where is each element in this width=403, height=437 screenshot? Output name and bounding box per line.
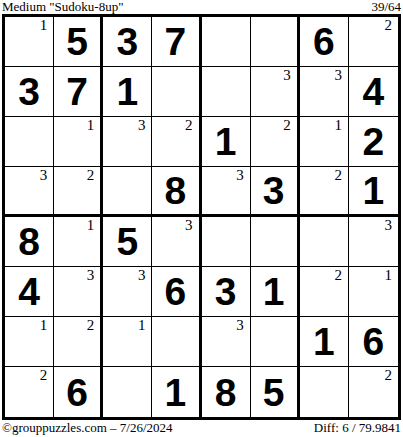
cell-value: 1: [116, 72, 138, 111]
difficulty-rating: Diff: 6 / 79.9841: [314, 420, 401, 436]
cell-value: 6: [363, 322, 385, 361]
footer: ©grouppuzzles.com – 7/26/2024 Diff: 6 / …: [2, 420, 401, 436]
cell-r2c8[interactable]: 4: [349, 67, 398, 117]
cell-r5c8[interactable]: 3: [349, 217, 398, 267]
pencil-mark: 1: [138, 318, 146, 333]
cell-value: 5: [66, 22, 88, 61]
cell-r6c1[interactable]: 4: [5, 267, 54, 317]
cell-r1c5[interactable]: [202, 17, 251, 67]
cell-r5c5[interactable]: [202, 217, 251, 267]
cell-value: 3: [263, 171, 285, 210]
pencil-mark: 3: [138, 118, 146, 133]
cell-r6c8[interactable]: 1: [349, 267, 398, 317]
cell-r3c7[interactable]: 1: [300, 117, 349, 167]
cell-r7c6[interactable]: [251, 317, 300, 367]
pencil-mark: 3: [185, 218, 193, 233]
cell-r1c6[interactable]: [251, 17, 300, 67]
pencil-mark: 2: [185, 118, 193, 133]
cell-r3c1[interactable]: [5, 117, 54, 167]
cell-r8c1[interactable]: 2: [5, 367, 54, 417]
pencil-mark: 2: [334, 168, 342, 183]
cell-r3c6[interactable]: 2: [251, 117, 300, 167]
cell-r1c2[interactable]: 5: [54, 17, 103, 67]
cell-r4c1[interactable]: 3: [5, 167, 54, 217]
cell-r5c3[interactable]: 5: [103, 217, 152, 267]
cell-r7c7[interactable]: 1: [300, 317, 349, 367]
pencil-mark: 3: [283, 68, 291, 83]
cell-r4c4[interactable]: 8: [152, 167, 201, 217]
cell-r5c1[interactable]: 8: [5, 217, 54, 267]
cell-r4c8[interactable]: 1: [349, 167, 398, 217]
cell-r8c5[interactable]: 8: [202, 367, 251, 417]
cell-value: 1: [263, 272, 285, 311]
cell-value: 3: [18, 72, 40, 111]
pencil-mark: 3: [236, 318, 244, 333]
cell-r6c2[interactable]: 3: [54, 267, 103, 317]
pencil-mark: 3: [138, 268, 146, 283]
cell-r6c4[interactable]: 6: [152, 267, 201, 317]
cell-r7c1[interactable]: 1: [5, 317, 54, 367]
cell-r1c1[interactable]: 1: [5, 17, 54, 67]
cell-value: 3: [215, 272, 237, 311]
cell-r4c7[interactable]: 2: [300, 167, 349, 217]
cell-value: 6: [66, 373, 88, 412]
cell-value: 5: [116, 222, 138, 261]
pencil-mark: 2: [385, 368, 393, 383]
cell-value: 2: [363, 122, 385, 161]
pencil-mark: 2: [283, 118, 291, 133]
cell-value: 4: [18, 272, 40, 311]
cell-value: 7: [165, 22, 187, 61]
cell-r1c3[interactable]: 3: [103, 17, 152, 67]
cell-r7c2[interactable]: 2: [54, 317, 103, 367]
cell-r1c8[interactable]: 2: [349, 17, 398, 67]
cell-r8c4[interactable]: 1: [152, 367, 201, 417]
cell-r6c3[interactable]: 3: [103, 267, 152, 317]
cell-r8c8[interactable]: 2: [349, 367, 398, 417]
pencil-mark: 1: [40, 18, 48, 33]
cell-value: 1: [215, 122, 237, 161]
cell-r1c7[interactable]: 6: [300, 17, 349, 67]
pencil-mark: 3: [87, 268, 95, 283]
cell-r6c5[interactable]: 3: [202, 267, 251, 317]
cell-r5c4[interactable]: 3: [152, 217, 201, 267]
cell-value: 8: [165, 171, 187, 210]
cell-r2c1[interactable]: 3: [5, 67, 54, 117]
cell-r6c6[interactable]: 1: [251, 267, 300, 317]
cell-r5c7[interactable]: [300, 217, 349, 267]
pencil-mark: 1: [334, 118, 342, 133]
cell-r8c6[interactable]: 5: [251, 367, 300, 417]
cell-value: 5: [263, 373, 285, 412]
cell-r5c6[interactable]: [251, 217, 300, 267]
header: Medium "Sudoku-8up" 39/64: [2, 0, 401, 14]
cell-r3c2[interactable]: 1: [54, 117, 103, 167]
cell-r2c4[interactable]: [152, 67, 201, 117]
cell-value: 4: [363, 72, 385, 111]
pencil-mark: 2: [87, 168, 95, 183]
cell-value: 8: [215, 373, 237, 412]
pencil-mark: 1: [40, 318, 48, 333]
cell-r3c4[interactable]: 2: [152, 117, 201, 167]
cell-r8c7[interactable]: [300, 367, 349, 417]
pencil-mark: 1: [87, 118, 95, 133]
cell-r2c2[interactable]: 7: [54, 67, 103, 117]
cell-r2c3[interactable]: 1: [103, 67, 152, 117]
puzzle-counter: 39/64: [371, 0, 401, 14]
cell-value: 3: [116, 22, 138, 61]
cell-r8c3[interactable]: [103, 367, 152, 417]
pencil-mark: 3: [236, 168, 244, 183]
cell-r7c8[interactable]: 6: [349, 317, 398, 367]
cell-r7c5[interactable]: 3: [202, 317, 251, 367]
pencil-mark: 2: [40, 368, 48, 383]
puzzle-title: Medium "Sudoku-8up": [2, 0, 123, 14]
cell-value: 1: [313, 322, 335, 361]
cell-r5c2[interactable]: 1: [54, 217, 103, 267]
pencil-mark: 2: [385, 18, 393, 33]
cell-r4c3[interactable]: [103, 167, 152, 217]
cell-r3c3[interactable]: 3: [103, 117, 152, 167]
cell-r2c5[interactable]: [202, 67, 251, 117]
pencil-mark: 1: [87, 218, 95, 233]
cell-r4c6[interactable]: 3: [251, 167, 300, 217]
cell-r4c2[interactable]: 2: [54, 167, 103, 217]
cell-value: 7: [66, 72, 88, 111]
cell-r2c7[interactable]: 3: [300, 67, 349, 117]
pencil-mark: 3: [40, 168, 48, 183]
pencil-mark: 3: [385, 218, 393, 233]
cell-r4c5[interactable]: 3: [202, 167, 251, 217]
cell-value: 6: [313, 22, 335, 61]
cell-value: 1: [363, 171, 385, 210]
puzzle-page: Medium "Sudoku-8up" 39/64 15376237133413…: [0, 0, 403, 437]
cell-r3c5[interactable]: 1: [202, 117, 251, 167]
cell-r6c7[interactable]: 2: [300, 267, 349, 317]
sudoku-board: 1537623713341321212328332181533433631211…: [2, 14, 401, 420]
cell-r7c4[interactable]: [152, 317, 201, 367]
pencil-mark: 2: [334, 268, 342, 283]
pencil-mark: 2: [87, 318, 95, 333]
cell-r3c8[interactable]: 2: [349, 117, 398, 167]
cell-r7c3[interactable]: 1: [103, 317, 152, 367]
cell-r2c6[interactable]: 3: [251, 67, 300, 117]
cell-value: 8: [18, 222, 40, 261]
pencil-mark: 3: [334, 68, 342, 83]
copyright-date: ©grouppuzzles.com – 7/26/2024: [2, 420, 173, 436]
cell-r8c2[interactable]: 6: [54, 367, 103, 417]
cell-value: 1: [165, 373, 187, 412]
pencil-mark: 1: [385, 268, 393, 283]
cell-r1c4[interactable]: 7: [152, 17, 201, 67]
cell-value: 6: [165, 272, 187, 311]
